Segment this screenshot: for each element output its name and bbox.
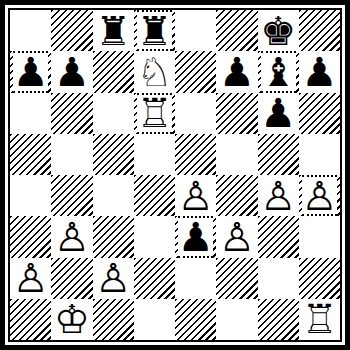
square-g1[interactable]: [258, 299, 299, 340]
board-frame-inner: ♜♜♚♟♟♘♟♝♟♖♟♙♙♙♙♟♙♙♙♔♖: [8, 8, 342, 342]
board-frame-outer: ♜♜♚♟♟♘♟♝♟♖♟♙♙♙♙♟♙♙♙♔♖: [0, 0, 350, 350]
square-c2[interactable]: ♙: [93, 258, 134, 299]
square-c5[interactable]: [93, 134, 134, 175]
square-b4[interactable]: [51, 175, 92, 216]
square-h4[interactable]: ♙: [299, 175, 340, 216]
square-a8[interactable]: [10, 10, 51, 51]
black-king-icon: ♚: [258, 10, 299, 51]
square-c8[interactable]: ♜: [93, 10, 134, 51]
square-b1[interactable]: ♔: [51, 299, 92, 340]
square-e5[interactable]: [175, 134, 216, 175]
square-a4[interactable]: [10, 175, 51, 216]
white-pawn-icon: ♙: [258, 175, 299, 216]
square-d3[interactable]: [134, 216, 175, 257]
square-h1[interactable]: ♖: [299, 299, 340, 340]
square-a2[interactable]: ♙: [10, 258, 51, 299]
black-rook-icon: ♜: [93, 10, 134, 51]
square-d2[interactable]: [134, 258, 175, 299]
white-pawn-icon: ♙: [51, 216, 92, 257]
white-rook-icon: ♖: [299, 299, 340, 340]
white-pawn-icon: ♙: [10, 258, 51, 299]
black-pawn-icon: ♟: [51, 51, 92, 92]
square-b8[interactable]: [51, 10, 92, 51]
square-g2[interactable]: [258, 258, 299, 299]
square-g8[interactable]: ♚: [258, 10, 299, 51]
square-c7[interactable]: [93, 51, 134, 92]
square-e1[interactable]: [175, 299, 216, 340]
square-a5[interactable]: [10, 134, 51, 175]
square-d7[interactable]: ♘: [134, 51, 175, 92]
square-h5[interactable]: [299, 134, 340, 175]
square-f3[interactable]: ♙: [216, 216, 257, 257]
square-g5[interactable]: [258, 134, 299, 175]
square-c4[interactable]: [93, 175, 134, 216]
square-f7[interactable]: ♟: [216, 51, 257, 92]
square-e3[interactable]: ♟: [175, 216, 216, 257]
square-e4[interactable]: ♙: [175, 175, 216, 216]
square-a3[interactable]: [10, 216, 51, 257]
square-f8[interactable]: [216, 10, 257, 51]
square-f5[interactable]: [216, 134, 257, 175]
square-a1[interactable]: [10, 299, 51, 340]
square-g7[interactable]: ♝: [258, 51, 299, 92]
square-d4[interactable]: [134, 175, 175, 216]
square-a7[interactable]: ♟: [10, 51, 51, 92]
square-f2[interactable]: [216, 258, 257, 299]
square-b7[interactable]: ♟: [51, 51, 92, 92]
white-knight-icon: ♘: [134, 51, 175, 92]
white-pawn-icon: ♙: [299, 175, 340, 216]
square-d8[interactable]: ♜: [134, 10, 175, 51]
square-h2[interactable]: [299, 258, 340, 299]
black-rook-icon: ♜: [134, 10, 175, 51]
square-b6[interactable]: [51, 93, 92, 134]
white-rook-icon: ♖: [134, 93, 175, 134]
black-pawn-icon: ♟: [299, 51, 340, 92]
chess-diagram: ♜♜♚♟♟♘♟♝♟♖♟♙♙♙♙♟♙♙♙♔♖: [0, 0, 350, 350]
white-pawn-icon: ♙: [216, 216, 257, 257]
square-h6[interactable]: [299, 93, 340, 134]
square-c1[interactable]: [93, 299, 134, 340]
square-e7[interactable]: [175, 51, 216, 92]
square-b5[interactable]: [51, 134, 92, 175]
white-king-icon: ♔: [51, 299, 92, 340]
white-pawn-icon: ♙: [175, 175, 216, 216]
square-f6[interactable]: [216, 93, 257, 134]
square-f1[interactable]: [216, 299, 257, 340]
chess-board: ♜♜♚♟♟♘♟♝♟♖♟♙♙♙♙♟♙♙♙♔♖: [10, 10, 340, 340]
square-d6[interactable]: ♖: [134, 93, 175, 134]
square-c3[interactable]: [93, 216, 134, 257]
black-bishop-icon: ♝: [258, 51, 299, 92]
square-b2[interactable]: [51, 258, 92, 299]
square-d1[interactable]: [134, 299, 175, 340]
square-f4[interactable]: [216, 175, 257, 216]
square-a6[interactable]: [10, 93, 51, 134]
white-pawn-icon: ♙: [93, 258, 134, 299]
square-h3[interactable]: [299, 216, 340, 257]
square-e2[interactable]: [175, 258, 216, 299]
square-b3[interactable]: ♙: [51, 216, 92, 257]
square-h7[interactable]: ♟: [299, 51, 340, 92]
black-pawn-icon: ♟: [216, 51, 257, 92]
square-h8[interactable]: [299, 10, 340, 51]
square-g6[interactable]: ♟: [258, 93, 299, 134]
black-pawn-icon: ♟: [10, 51, 51, 92]
square-e8[interactable]: [175, 10, 216, 51]
square-g3[interactable]: [258, 216, 299, 257]
square-g4[interactable]: ♙: [258, 175, 299, 216]
black-pawn-icon: ♟: [258, 93, 299, 134]
square-e6[interactable]: [175, 93, 216, 134]
black-pawn-icon: ♟: [175, 216, 216, 257]
square-d5[interactable]: [134, 134, 175, 175]
square-c6[interactable]: [93, 93, 134, 134]
